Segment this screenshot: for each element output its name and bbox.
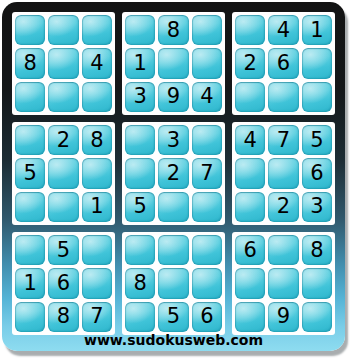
cell-r9c9[interactable] [302, 302, 332, 332]
cell-r9c6[interactable]: 6 [192, 302, 222, 332]
cell-r2c7[interactable]: 2 [235, 48, 265, 78]
box-8: 856 [122, 232, 225, 335]
cell-r7c2[interactable]: 5 [48, 235, 78, 265]
cell-r6c2[interactable] [48, 192, 78, 222]
cell-r8c4[interactable]: 8 [125, 268, 155, 298]
cell-r1c7[interactable] [235, 15, 265, 45]
cell-r7c5[interactable] [158, 235, 188, 265]
cell-r9c4[interactable] [125, 302, 155, 332]
cell-r5c4[interactable] [125, 158, 155, 188]
cell-r2c1[interactable]: 8 [15, 48, 45, 78]
cell-r2c2[interactable] [48, 48, 78, 78]
cell-r1c5[interactable]: 8 [158, 15, 188, 45]
box-2: 81394 [122, 12, 225, 115]
box-6: 475623 [232, 122, 335, 225]
cell-r7c3[interactable] [82, 235, 112, 265]
box-1: 84 [12, 12, 115, 115]
cell-r7c9[interactable]: 8 [302, 235, 332, 265]
sudoku-board: 848139441262851327547562351687856689 [12, 12, 335, 335]
sudoku-board-frame: 848139441262851327547562351687856689 www… [2, 2, 345, 351]
cell-r3c2[interactable] [48, 82, 78, 112]
cell-r3c8[interactable] [268, 82, 298, 112]
cell-r3c4[interactable]: 3 [125, 82, 155, 112]
cell-r9c3[interactable]: 7 [82, 302, 112, 332]
cell-r5c3[interactable] [82, 158, 112, 188]
cell-r4c8[interactable]: 7 [268, 125, 298, 155]
cell-r2c6[interactable] [192, 48, 222, 78]
cell-r4c6[interactable] [192, 125, 222, 155]
cell-r8c8[interactable] [268, 268, 298, 298]
cell-r3c1[interactable] [15, 82, 45, 112]
cell-r3c7[interactable] [235, 82, 265, 112]
cell-r8c6[interactable] [192, 268, 222, 298]
cell-r4c2[interactable]: 2 [48, 125, 78, 155]
cell-r1c8[interactable]: 4 [268, 15, 298, 45]
cell-r7c6[interactable] [192, 235, 222, 265]
box-5: 3275 [122, 122, 225, 225]
box-3: 4126 [232, 12, 335, 115]
cell-r1c9[interactable]: 1 [302, 15, 332, 45]
cell-r4c3[interactable]: 8 [82, 125, 112, 155]
box-9: 689 [232, 232, 335, 335]
cell-r1c1[interactable] [15, 15, 45, 45]
cell-r9c7[interactable] [235, 302, 265, 332]
box-4: 2851 [12, 122, 115, 225]
cell-r6c8[interactable]: 2 [268, 192, 298, 222]
cell-r6c1[interactable] [15, 192, 45, 222]
cell-r5c9[interactable]: 6 [302, 158, 332, 188]
cell-r5c7[interactable] [235, 158, 265, 188]
cell-r2c5[interactable] [158, 48, 188, 78]
cell-r2c8[interactable]: 6 [268, 48, 298, 78]
cell-r1c4[interactable] [125, 15, 155, 45]
cell-r6c5[interactable] [158, 192, 188, 222]
cell-r6c4[interactable]: 5 [125, 192, 155, 222]
cell-r8c1[interactable]: 1 [15, 268, 45, 298]
cell-r2c4[interactable]: 1 [125, 48, 155, 78]
cell-r6c3[interactable]: 1 [82, 192, 112, 222]
cell-r7c4[interactable] [125, 235, 155, 265]
cell-r5c5[interactable]: 2 [158, 158, 188, 188]
cell-r4c1[interactable] [15, 125, 45, 155]
cell-r2c3[interactable]: 4 [82, 48, 112, 78]
cell-r1c3[interactable] [82, 15, 112, 45]
cell-r3c6[interactable]: 4 [192, 82, 222, 112]
cell-r5c6[interactable]: 7 [192, 158, 222, 188]
cell-r8c5[interactable] [158, 268, 188, 298]
cell-r8c3[interactable] [82, 268, 112, 298]
cell-r6c6[interactable] [192, 192, 222, 222]
cell-r9c8[interactable]: 9 [268, 302, 298, 332]
cell-r2c9[interactable] [302, 48, 332, 78]
site-url[interactable]: www.sudokusweb.com [2, 332, 345, 348]
cell-r5c2[interactable] [48, 158, 78, 188]
cell-r9c1[interactable] [15, 302, 45, 332]
cell-r6c9[interactable]: 3 [302, 192, 332, 222]
cell-r4c5[interactable]: 3 [158, 125, 188, 155]
cell-r4c7[interactable]: 4 [235, 125, 265, 155]
cell-r8c9[interactable] [302, 268, 332, 298]
cell-r7c7[interactable]: 6 [235, 235, 265, 265]
cell-r6c7[interactable] [235, 192, 265, 222]
cell-r5c1[interactable]: 5 [15, 158, 45, 188]
cell-r9c2[interactable]: 8 [48, 302, 78, 332]
cell-r5c8[interactable] [268, 158, 298, 188]
cell-r9c5[interactable]: 5 [158, 302, 188, 332]
cell-r8c7[interactable] [235, 268, 265, 298]
cell-r1c6[interactable] [192, 15, 222, 45]
cell-r7c8[interactable] [268, 235, 298, 265]
cell-r3c5[interactable]: 9 [158, 82, 188, 112]
cell-r4c4[interactable] [125, 125, 155, 155]
cell-r3c9[interactable] [302, 82, 332, 112]
box-7: 51687 [12, 232, 115, 335]
cell-r4c9[interactable]: 5 [302, 125, 332, 155]
cell-r8c2[interactable]: 6 [48, 268, 78, 298]
cell-r7c1[interactable] [15, 235, 45, 265]
cell-r1c2[interactable] [48, 15, 78, 45]
cell-r3c3[interactable] [82, 82, 112, 112]
